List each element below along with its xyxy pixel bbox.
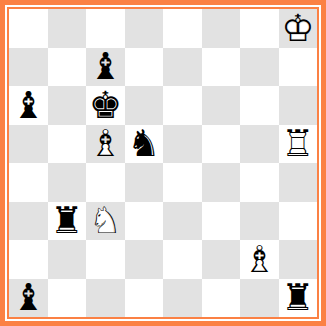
white-king[interactable]: ♚♔ [281,10,314,47]
black-king[interactable]: ♚ [89,87,122,124]
square-h7[interactable] [279,48,318,87]
square-a8[interactable] [9,9,48,48]
square-e6[interactable] [163,86,202,125]
square-b7[interactable] [48,48,87,87]
square-b2[interactable] [48,240,87,279]
piece-glyph: ♝ [12,87,45,124]
square-f5[interactable] [202,125,241,164]
piece-glyph: ♜ [281,279,314,316]
black-rook[interactable]: ♜ [50,202,83,239]
square-h2[interactable] [279,240,318,279]
piece-glyph: ♔ [281,10,314,47]
black-knight[interactable]: ♞ [127,125,160,162]
piece-glyph: ♚ [89,87,122,124]
piece-glyph: ♝ [89,48,122,85]
square-h4[interactable] [279,163,318,202]
piece-glyph: ♗ [89,125,122,162]
square-g6[interactable] [240,86,279,125]
square-h5[interactable]: ♜♖ [279,125,318,164]
square-c6[interactable]: ♚ [86,86,125,125]
square-d1[interactable] [125,279,164,318]
white-bishop[interactable]: ♝♗ [243,241,276,278]
square-a7[interactable] [9,48,48,87]
square-g7[interactable] [240,48,279,87]
square-g4[interactable] [240,163,279,202]
square-h6[interactable] [279,86,318,125]
square-b1[interactable] [48,279,87,318]
white-rook[interactable]: ♜♖ [281,125,314,162]
square-d3[interactable] [125,202,164,241]
square-c3[interactable]: ♞♘ [86,202,125,241]
square-g1[interactable] [240,279,279,318]
black-rook[interactable]: ♜ [281,279,314,316]
square-c8[interactable] [86,9,125,48]
white-knight[interactable]: ♞♘ [89,202,122,239]
black-bishop[interactable]: ♝ [12,87,45,124]
square-f8[interactable] [202,9,241,48]
square-d6[interactable] [125,86,164,125]
square-a1[interactable]: ♝ [9,279,48,318]
square-g5[interactable] [240,125,279,164]
square-d8[interactable] [125,9,164,48]
piece-glyph: ♗ [243,241,276,278]
board-frame-gap: ♚♔♝♝♚♝♗♞♜♖♜♞♘♝♗♝♜ [5,5,321,321]
square-e1[interactable] [163,279,202,318]
black-bishop[interactable]: ♝ [89,48,122,85]
square-e4[interactable] [163,163,202,202]
square-c1[interactable] [86,279,125,318]
square-b8[interactable] [48,9,87,48]
piece-glyph: ♘ [89,202,122,239]
square-a4[interactable] [9,163,48,202]
square-c7[interactable]: ♝ [86,48,125,87]
square-f6[interactable] [202,86,241,125]
board-frame-inner: ♚♔♝♝♚♝♗♞♜♖♜♞♘♝♗♝♜ [7,7,319,319]
square-f1[interactable] [202,279,241,318]
piece-glyph: ♖ [281,125,314,162]
square-b6[interactable] [48,86,87,125]
square-a3[interactable] [9,202,48,241]
square-g2[interactable]: ♝♗ [240,240,279,279]
square-h8[interactable]: ♚♔ [279,9,318,48]
square-d7[interactable] [125,48,164,87]
square-d4[interactable] [125,163,164,202]
square-a6[interactable]: ♝ [9,86,48,125]
square-a5[interactable] [9,125,48,164]
piece-glyph: ♝ [12,279,45,316]
square-f4[interactable] [202,163,241,202]
black-bishop[interactable]: ♝ [12,279,45,316]
square-f3[interactable] [202,202,241,241]
square-a2[interactable] [9,240,48,279]
square-b4[interactable] [48,163,87,202]
square-f7[interactable] [202,48,241,87]
square-g8[interactable] [240,9,279,48]
square-c4[interactable] [86,163,125,202]
piece-glyph: ♜ [50,202,83,239]
square-b5[interactable] [48,125,87,164]
square-h1[interactable]: ♜ [279,279,318,318]
square-h3[interactable] [279,202,318,241]
square-e5[interactable] [163,125,202,164]
square-c2[interactable] [86,240,125,279]
square-e8[interactable] [163,9,202,48]
square-c5[interactable]: ♝♗ [86,125,125,164]
square-e7[interactable] [163,48,202,87]
white-bishop[interactable]: ♝♗ [89,125,122,162]
square-b3[interactable]: ♜ [48,202,87,241]
square-e2[interactable] [163,240,202,279]
chess-board: ♚♔♝♝♚♝♗♞♜♖♜♞♘♝♗♝♜ [9,9,317,317]
square-d5[interactable]: ♞ [125,125,164,164]
square-e3[interactable] [163,202,202,241]
square-d2[interactable] [125,240,164,279]
board-frame-outer: ♚♔♝♝♚♝♗♞♜♖♜♞♘♝♗♝♜ [0,0,326,326]
square-f2[interactable] [202,240,241,279]
piece-glyph: ♞ [127,125,160,162]
square-g3[interactable] [240,202,279,241]
